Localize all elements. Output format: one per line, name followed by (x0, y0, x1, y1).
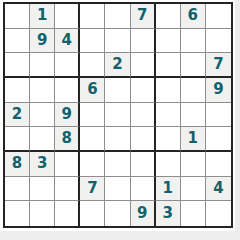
cell-r8c6[interactable] (131, 177, 156, 202)
cell-r5c1[interactable]: 2 (5, 103, 30, 128)
cell-r8c5[interactable] (105, 177, 130, 202)
cell-r3c9[interactable]: 7 (206, 53, 231, 78)
cell-r6c6[interactable] (131, 127, 156, 152)
cell-r3c4[interactable] (80, 53, 105, 78)
cell-r8c7[interactable]: 1 (156, 177, 181, 202)
cell-r1c9[interactable] (206, 4, 231, 29)
cell-r3c6[interactable] (131, 53, 156, 78)
sudoku-sheet: 17694276929818371493 (0, 0, 235, 231)
cell-r8c8[interactable] (181, 177, 206, 202)
cell-r2c8[interactable] (181, 29, 206, 54)
cell-r5c8[interactable] (181, 103, 206, 128)
cell-r9c2[interactable] (30, 201, 55, 226)
cell-r1c2[interactable]: 1 (30, 4, 55, 29)
cell-r2c1[interactable] (5, 29, 30, 54)
cell-r8c9[interactable]: 4 (206, 177, 231, 202)
cell-r5c5[interactable] (105, 103, 130, 128)
cell-r8c2[interactable] (30, 177, 55, 202)
cell-r3c1[interactable] (5, 53, 30, 78)
cell-r7c1[interactable]: 8 (5, 152, 30, 177)
cell-r1c4[interactable] (80, 4, 105, 29)
cell-r8c1[interactable] (5, 177, 30, 202)
cell-r6c2[interactable] (30, 127, 55, 152)
cell-r1c8[interactable]: 6 (181, 4, 206, 29)
cell-r7c4[interactable] (80, 152, 105, 177)
cell-r4c7[interactable] (156, 78, 181, 103)
cell-r3c8[interactable] (181, 53, 206, 78)
cell-r5c4[interactable] (80, 103, 105, 128)
cell-r2c7[interactable] (156, 29, 181, 54)
cell-r4c6[interactable] (131, 78, 156, 103)
cell-r9c9[interactable] (206, 201, 231, 226)
cell-r9c6[interactable]: 9 (131, 201, 156, 226)
cell-r7c8[interactable] (181, 152, 206, 177)
cell-r1c7[interactable] (156, 4, 181, 29)
cell-r4c2[interactable] (30, 78, 55, 103)
cell-r3c2[interactable] (30, 53, 55, 78)
cell-r7c5[interactable] (105, 152, 130, 177)
cell-r6c4[interactable] (80, 127, 105, 152)
cell-r2c9[interactable] (206, 29, 231, 54)
cell-r5c2[interactable] (30, 103, 55, 128)
cell-r7c2[interactable]: 3 (30, 152, 55, 177)
cell-r2c2[interactable]: 9 (30, 29, 55, 54)
cell-r3c7[interactable] (156, 53, 181, 78)
cell-r5c6[interactable] (131, 103, 156, 128)
cell-r7c7[interactable] (156, 152, 181, 177)
cell-r4c1[interactable] (5, 78, 30, 103)
cell-r4c4[interactable]: 6 (80, 78, 105, 103)
cell-r7c9[interactable] (206, 152, 231, 177)
cell-r9c5[interactable] (105, 201, 130, 226)
sudoku-board-frame: 17694276929818371493 (3, 2, 233, 228)
cell-r5c7[interactable] (156, 103, 181, 128)
cell-r8c4[interactable]: 7 (80, 177, 105, 202)
cell-r6c8[interactable]: 1 (181, 127, 206, 152)
cell-r1c6[interactable]: 7 (131, 4, 156, 29)
cell-r4c3[interactable] (55, 78, 80, 103)
cell-r9c4[interactable] (80, 201, 105, 226)
cell-r1c3[interactable] (55, 4, 80, 29)
cell-r7c6[interactable] (131, 152, 156, 177)
cell-r6c3[interactable]: 8 (55, 127, 80, 152)
cell-r9c8[interactable] (181, 201, 206, 226)
cell-r8c3[interactable] (55, 177, 80, 202)
cell-r7c3[interactable] (55, 152, 80, 177)
cell-r6c1[interactable] (5, 127, 30, 152)
cell-r6c5[interactable] (105, 127, 130, 152)
cell-r9c1[interactable] (5, 201, 30, 226)
cell-r3c3[interactable] (55, 53, 80, 78)
cell-r3c5[interactable]: 2 (105, 53, 130, 78)
cell-r1c5[interactable] (105, 4, 130, 29)
cell-r2c4[interactable] (80, 29, 105, 54)
cell-r4c5[interactable] (105, 78, 130, 103)
sudoku-board: 17694276929818371493 (5, 4, 231, 226)
cell-r2c5[interactable] (105, 29, 130, 54)
cell-r9c3[interactable] (55, 201, 80, 226)
cell-r5c9[interactable] (206, 103, 231, 128)
cell-r4c8[interactable] (181, 78, 206, 103)
cell-r9c7[interactable]: 3 (156, 201, 181, 226)
cell-r4c9[interactable]: 9 (206, 78, 231, 103)
cell-r5c3[interactable]: 9 (55, 103, 80, 128)
cell-r6c7[interactable] (156, 127, 181, 152)
cell-r2c6[interactable] (131, 29, 156, 54)
cell-r2c3[interactable]: 4 (55, 29, 80, 54)
cell-r1c1[interactable] (5, 4, 30, 29)
cell-r6c9[interactable] (206, 127, 231, 152)
